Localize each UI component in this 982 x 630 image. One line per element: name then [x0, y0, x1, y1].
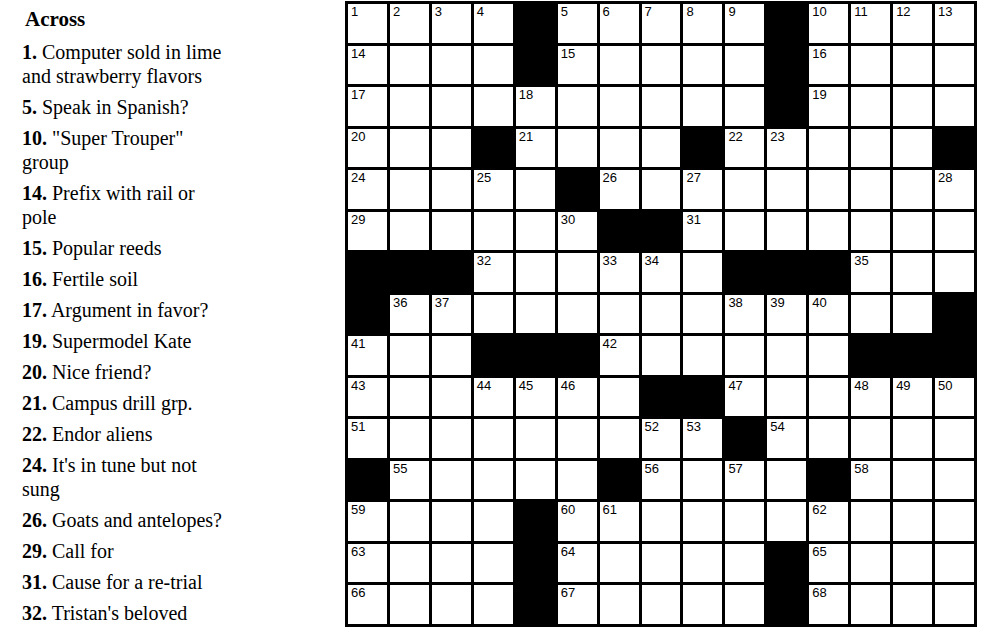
cell-r11c12[interactable]: [809, 419, 848, 458]
cell-r7c8[interactable]: 34: [642, 253, 681, 292]
cell-r10c3[interactable]: [432, 378, 471, 417]
cell-r14c15[interactable]: [935, 544, 974, 583]
cell-r14c9[interactable]: [683, 544, 722, 583]
cell-r6c5[interactable]: [516, 212, 555, 251]
cell-r2c3[interactable]: [432, 46, 471, 85]
cell-number: 67: [561, 585, 575, 601]
cell-r9c15: [935, 336, 974, 375]
clue-across-24: 24. It's in tune but notsung: [22, 453, 236, 501]
cell-r12c12: [809, 461, 848, 500]
cell-r2c9[interactable]: [683, 46, 722, 85]
cell-r5c11[interactable]: [767, 170, 806, 209]
cell-number: 31: [686, 212, 700, 228]
cell-r12c7: [600, 461, 639, 500]
cell-r11c13[interactable]: [851, 419, 890, 458]
cell-r1c2[interactable]: 2: [390, 4, 429, 43]
cell-r5c6: [558, 170, 597, 209]
cell-r13c4[interactable]: [474, 502, 513, 541]
cell-r1c1[interactable]: 1: [348, 4, 387, 43]
cell-r7c5[interactable]: [516, 253, 555, 292]
cell-r12c15[interactable]: [935, 461, 974, 500]
clue-across-16: 16. Fertile soil: [22, 267, 236, 291]
cell-number: 64: [561, 544, 575, 560]
cell-r6c11[interactable]: [767, 212, 806, 251]
cell-r9c6: [558, 336, 597, 375]
cell-r5c10[interactable]: [725, 170, 764, 209]
cell-r12c3[interactable]: [432, 461, 471, 500]
cell-r4c5[interactable]: 21: [516, 129, 555, 168]
cell-number: 53: [686, 419, 700, 435]
cell-r15c11: [767, 585, 806, 624]
clue-number: 20.: [22, 361, 47, 383]
cell-r10c7[interactable]: [600, 378, 639, 417]
cell-r7c15[interactable]: [935, 253, 974, 292]
clue-number: 31.: [22, 571, 47, 593]
cell-r10c2[interactable]: [390, 378, 429, 417]
cell-r15c15[interactable]: [935, 585, 974, 624]
cell-r8c4[interactable]: [474, 295, 513, 334]
cell-r5c14[interactable]: [893, 170, 932, 209]
cell-number: 49: [896, 378, 910, 394]
cell-r1c6[interactable]: 5: [558, 4, 597, 43]
cell-r2c4[interactable]: [474, 46, 513, 85]
cell-r9c2[interactable]: [390, 336, 429, 375]
cell-r13c13[interactable]: [851, 502, 890, 541]
cell-r8c15: [935, 295, 974, 334]
cell-r3c7[interactable]: [600, 87, 639, 126]
cell-number: 40: [812, 295, 826, 311]
cell-r15c10[interactable]: [725, 585, 764, 624]
cell-r11c7[interactable]: [600, 419, 639, 458]
cell-number: 10: [812, 4, 826, 20]
clues-panel: Across 1. Computer sold in limeand straw…: [22, 6, 236, 630]
clue-number: 15.: [22, 237, 47, 259]
cell-number: 6: [603, 4, 610, 20]
cell-r2c12[interactable]: 16: [809, 46, 848, 85]
cell-r15c9[interactable]: [683, 585, 722, 624]
cell-number: 59: [351, 502, 365, 518]
cell-r1c12[interactable]: 10: [809, 4, 848, 43]
cell-r6c15[interactable]: [935, 212, 974, 251]
cell-r4c10[interactable]: 22: [725, 129, 764, 168]
clue-across-26: 26. Goats and antelopes?: [22, 508, 236, 532]
crossword-grid: 1234567891011121314151617181920212223242…: [345, 1, 977, 627]
cell-r15c13[interactable]: [851, 585, 890, 624]
cell-number: 13: [938, 4, 952, 20]
cell-r1c3[interactable]: 3: [432, 4, 471, 43]
cell-r6c10[interactable]: [725, 212, 764, 251]
cell-number: 3: [435, 4, 442, 20]
cell-r13c9[interactable]: [683, 502, 722, 541]
cell-r14c4[interactable]: [474, 544, 513, 583]
cell-r9c12[interactable]: [809, 336, 848, 375]
cell-number: 27: [686, 170, 700, 186]
cell-r6c7: [600, 212, 639, 251]
cell-number: 38: [728, 295, 742, 311]
cell-r4c13[interactable]: [851, 129, 890, 168]
cell-r3c11: [767, 87, 806, 126]
cell-r13c6[interactable]: 60: [558, 502, 597, 541]
cell-number: 46: [561, 378, 575, 394]
cell-r15c5: [516, 585, 555, 624]
cell-r1c14[interactable]: 12: [893, 4, 932, 43]
cell-r5c9[interactable]: 27: [683, 170, 722, 209]
cell-r7c4[interactable]: 32: [474, 253, 513, 292]
cell-r11c9[interactable]: 53: [683, 419, 722, 458]
cell-r12c2[interactable]: 55: [390, 461, 429, 500]
clue-across-19: 19. Supermodel Kate: [22, 329, 236, 353]
cell-r6c14[interactable]: [893, 212, 932, 251]
cell-number: 50: [938, 378, 952, 394]
cell-r9c14: [893, 336, 932, 375]
cell-number: 18: [519, 87, 533, 103]
cell-r3c6[interactable]: [558, 87, 597, 126]
cell-r2c15[interactable]: [935, 46, 974, 85]
cell-r9c8[interactable]: [642, 336, 681, 375]
cell-r4c7[interactable]: [600, 129, 639, 168]
cell-r6c12[interactable]: [809, 212, 848, 251]
cell-r14c10[interactable]: [725, 544, 764, 583]
cell-r9c7[interactable]: 42: [600, 336, 639, 375]
cell-r15c4[interactable]: [474, 585, 513, 624]
cell-r1c10[interactable]: 9: [725, 4, 764, 43]
cell-r11c5[interactable]: [516, 419, 555, 458]
cell-number: 11: [854, 4, 868, 20]
cell-number: 52: [645, 419, 659, 435]
cell-r13c2[interactable]: [390, 502, 429, 541]
cell-r10c8: [642, 378, 681, 417]
cell-number: 56: [645, 461, 659, 477]
cell-r8c12[interactable]: 40: [809, 295, 848, 334]
cell-r2c6[interactable]: 15: [558, 46, 597, 85]
cell-r2c8[interactable]: [642, 46, 681, 85]
cell-number: 35: [854, 253, 868, 269]
cell-number: 36: [393, 295, 407, 311]
cell-r13c11[interactable]: [767, 502, 806, 541]
clue-across-10: 10. "Super Trouper"group: [22, 126, 236, 174]
cell-r12c6[interactable]: [558, 461, 597, 500]
cell-r2c2[interactable]: [390, 46, 429, 85]
cell-r3c5[interactable]: 18: [516, 87, 555, 126]
cell-r5c3[interactable]: [432, 170, 471, 209]
cell-r14c7[interactable]: [600, 544, 639, 583]
cell-r2c14[interactable]: [893, 46, 932, 85]
cell-r13c5: [516, 502, 555, 541]
cell-r3c3[interactable]: [432, 87, 471, 126]
cell-r4c14[interactable]: [893, 129, 932, 168]
cell-r11c6[interactable]: [558, 419, 597, 458]
cell-r14c13[interactable]: [851, 544, 890, 583]
cell-r12c1: [348, 461, 387, 500]
cell-r10c4[interactable]: 44: [474, 378, 513, 417]
across-clue-list: 1. Computer sold in limeand strawberry f…: [22, 40, 236, 625]
cell-r8c8[interactable]: [642, 295, 681, 334]
cell-r5c13[interactable]: [851, 170, 890, 209]
cell-number: 15: [561, 46, 575, 62]
clue-number: 24.: [22, 454, 47, 476]
cell-r1c9[interactable]: 8: [683, 4, 722, 43]
cell-number: 20: [351, 129, 365, 145]
cell-r3c9[interactable]: [683, 87, 722, 126]
cell-r7c1: [348, 253, 387, 292]
cell-r1c4[interactable]: 4: [474, 4, 513, 43]
cell-r3c2[interactable]: [390, 87, 429, 126]
cell-number: 19: [812, 87, 826, 103]
cell-r9c10[interactable]: [725, 336, 764, 375]
cell-r8c13[interactable]: [851, 295, 890, 334]
cell-number: 58: [854, 461, 868, 477]
clue-number: 14.: [22, 182, 47, 204]
cell-r2c7[interactable]: [600, 46, 639, 85]
cell-r12c8[interactable]: 56: [642, 461, 681, 500]
cell-r10c10[interactable]: 47: [725, 378, 764, 417]
cell-number: 68: [812, 585, 826, 601]
cell-r7c10: [725, 253, 764, 292]
cell-r14c8[interactable]: [642, 544, 681, 583]
clue-across-17: 17. Argument in favor?: [22, 298, 236, 322]
clue-number: 32.: [22, 602, 47, 624]
cell-r7c7[interactable]: 33: [600, 253, 639, 292]
cell-r4c1[interactable]: 20: [348, 129, 387, 168]
cell-number: 25: [477, 170, 491, 186]
cell-r11c8[interactable]: 52: [642, 419, 681, 458]
cell-r4c4: [474, 129, 513, 168]
cell-r12c4[interactable]: [474, 461, 513, 500]
cell-r8c11[interactable]: 39: [767, 295, 806, 334]
cell-r12c14[interactable]: [893, 461, 932, 500]
cell-r11c10: [725, 419, 764, 458]
cell-r15c6[interactable]: 67: [558, 585, 597, 624]
cell-number: 43: [351, 378, 365, 394]
cell-r13c8[interactable]: [642, 502, 681, 541]
cell-r1c15[interactable]: 13: [935, 4, 974, 43]
cell-r10c12[interactable]: [809, 378, 848, 417]
cell-r13c14[interactable]: [893, 502, 932, 541]
cell-r7c14[interactable]: [893, 253, 932, 292]
cell-r7c3: [432, 253, 471, 292]
cell-number: 57: [728, 461, 742, 477]
cell-r4c12[interactable]: [809, 129, 848, 168]
cell-r6c3[interactable]: [432, 212, 471, 251]
cell-r7c6[interactable]: [558, 253, 597, 292]
cell-number: 55: [393, 461, 407, 477]
clue-number: 29.: [22, 540, 47, 562]
cell-r8c3[interactable]: 37: [432, 295, 471, 334]
cell-number: 17: [351, 87, 365, 103]
cell-r2c13[interactable]: [851, 46, 890, 85]
cell-r7c9[interactable]: [683, 253, 722, 292]
clue-number: 19.: [22, 330, 47, 352]
cell-r10c9: [683, 378, 722, 417]
cell-r11c11[interactable]: 54: [767, 419, 806, 458]
cell-number: 37: [435, 295, 449, 311]
cell-r4c8[interactable]: [642, 129, 681, 168]
cell-r15c7[interactable]: [600, 585, 639, 624]
clue-number: 1.: [22, 41, 37, 63]
cell-r9c9[interactable]: [683, 336, 722, 375]
cell-r9c11[interactable]: [767, 336, 806, 375]
clues-heading: Across: [25, 6, 236, 32]
cell-r6c1[interactable]: 29: [348, 212, 387, 251]
cell-r6c6[interactable]: 30: [558, 212, 597, 251]
cell-number: 29: [351, 212, 365, 228]
cell-r7c13[interactable]: 35: [851, 253, 890, 292]
cell-r15c3[interactable]: [432, 585, 471, 624]
cell-r13c12[interactable]: 62: [809, 502, 848, 541]
cell-number: 4: [477, 4, 484, 20]
cell-r1c7[interactable]: 6: [600, 4, 639, 43]
cell-r6c8: [642, 212, 681, 251]
cell-r1c5: [516, 4, 555, 43]
cell-number: 5: [561, 4, 568, 20]
cell-r10c5[interactable]: 45: [516, 378, 555, 417]
cell-r9c1[interactable]: 41: [348, 336, 387, 375]
cell-number: 44: [477, 378, 491, 394]
cell-r10c14[interactable]: 49: [893, 378, 932, 417]
cell-r5c5[interactable]: [516, 170, 555, 209]
cell-number: 48: [854, 378, 868, 394]
cell-r8c10[interactable]: 38: [725, 295, 764, 334]
cell-r7c2: [390, 253, 429, 292]
cell-r5c7[interactable]: 26: [600, 170, 639, 209]
cell-r11c14[interactable]: [893, 419, 932, 458]
cell-r12c11[interactable]: [767, 461, 806, 500]
cell-r10c13[interactable]: 48: [851, 378, 890, 417]
cell-r9c3[interactable]: [432, 336, 471, 375]
cell-r11c1[interactable]: 51: [348, 419, 387, 458]
cell-number: 54: [770, 419, 784, 435]
cell-r15c12[interactable]: 68: [809, 585, 848, 624]
cell-r14c2[interactable]: [390, 544, 429, 583]
cell-r15c8[interactable]: [642, 585, 681, 624]
cell-number: 12: [896, 4, 910, 20]
cell-r2c10[interactable]: [725, 46, 764, 85]
clue-across-31: 31. Cause for a re-trial: [22, 570, 236, 594]
cell-number: 30: [561, 212, 575, 228]
cell-r14c1[interactable]: 63: [348, 544, 387, 583]
cell-r3c14[interactable]: [893, 87, 932, 126]
cell-r5c1[interactable]: 24: [348, 170, 387, 209]
cell-r9c5: [516, 336, 555, 375]
cell-r15c14[interactable]: [893, 585, 932, 624]
cell-r6c2[interactable]: [390, 212, 429, 251]
cell-r8c7[interactable]: [600, 295, 639, 334]
cell-number: 45: [519, 378, 533, 394]
cell-r3c13[interactable]: [851, 87, 890, 126]
cell-r3c1[interactable]: 17: [348, 87, 387, 126]
cell-r14c5: [516, 544, 555, 583]
cell-r8c1: [348, 295, 387, 334]
cell-r10c1[interactable]: 43: [348, 378, 387, 417]
cell-r13c3[interactable]: [432, 502, 471, 541]
cell-r11c3[interactable]: [432, 419, 471, 458]
cell-r13c1[interactable]: 59: [348, 502, 387, 541]
cell-r6c9[interactable]: 31: [683, 212, 722, 251]
cell-r4c6[interactable]: [558, 129, 597, 168]
clue-number: 17.: [22, 299, 47, 321]
cell-r4c2[interactable]: [390, 129, 429, 168]
cell-r8c9[interactable]: [683, 295, 722, 334]
cell-r1c8[interactable]: 7: [642, 4, 681, 43]
cell-number: 1: [351, 4, 358, 20]
cell-r12c5[interactable]: [516, 461, 555, 500]
cell-r1c13[interactable]: 11: [851, 4, 890, 43]
clue-across-15: 15. Popular reeds: [22, 236, 236, 260]
cell-r14c14[interactable]: [893, 544, 932, 583]
cell-r8c6[interactable]: [558, 295, 597, 334]
cell-r13c15[interactable]: [935, 502, 974, 541]
cell-r3c12[interactable]: 19: [809, 87, 848, 126]
cell-r10c15[interactable]: 50: [935, 378, 974, 417]
cell-r8c2[interactable]: 36: [390, 295, 429, 334]
clue-across-32: 32. Tristan's beloved: [22, 601, 236, 625]
cell-r4c3[interactable]: [432, 129, 471, 168]
cell-r3c10[interactable]: [725, 87, 764, 126]
cell-r11c2[interactable]: [390, 419, 429, 458]
cell-number: 39: [770, 295, 784, 311]
cell-number: 42: [603, 336, 617, 352]
cell-r6c4[interactable]: [474, 212, 513, 251]
cell-r5c8[interactable]: [642, 170, 681, 209]
cell-r3c15[interactable]: [935, 87, 974, 126]
cell-r11c4[interactable]: [474, 419, 513, 458]
cell-r9c13: [851, 336, 890, 375]
cell-r2c1[interactable]: 14: [348, 46, 387, 85]
clue-number: 10.: [22, 127, 47, 149]
cell-r5c2[interactable]: [390, 170, 429, 209]
cell-number: 23: [770, 129, 784, 145]
cell-r12c13[interactable]: 58: [851, 461, 890, 500]
cell-r14c12[interactable]: 65: [809, 544, 848, 583]
cell-r9c4: [474, 336, 513, 375]
cell-r5c15[interactable]: 28: [935, 170, 974, 209]
cell-r5c4[interactable]: 25: [474, 170, 513, 209]
cell-r13c7[interactable]: 61: [600, 502, 639, 541]
cell-r8c14[interactable]: [893, 295, 932, 334]
cell-r4c11[interactable]: 23: [767, 129, 806, 168]
cell-r3c4[interactable]: [474, 87, 513, 126]
cell-r11c15[interactable]: [935, 419, 974, 458]
clue-across-14: 14. Prefix with rail orpole: [22, 181, 236, 229]
cell-number: 22: [728, 129, 742, 145]
cell-number: 62: [812, 502, 826, 518]
cell-r14c3[interactable]: [432, 544, 471, 583]
cell-number: 47: [728, 378, 742, 394]
cell-r15c1[interactable]: 66: [348, 585, 387, 624]
cell-r15c2[interactable]: [390, 585, 429, 624]
clue-number: 16.: [22, 268, 47, 290]
cell-r8c5[interactable]: [516, 295, 555, 334]
cell-r4c15: [935, 129, 974, 168]
cell-number: 24: [351, 170, 365, 186]
cell-number: 16: [812, 46, 826, 62]
cell-r12c9[interactable]: [683, 461, 722, 500]
cell-r6c13[interactable]: [851, 212, 890, 251]
clue-number: 5.: [22, 96, 37, 118]
cell-r7c11: [767, 253, 806, 292]
cell-r10c11[interactable]: [767, 378, 806, 417]
cell-number: 26: [603, 170, 617, 186]
cell-number: 21: [519, 129, 533, 145]
cell-r10c6[interactable]: 46: [558, 378, 597, 417]
cell-r13c10[interactable]: [725, 502, 764, 541]
cell-r12c10[interactable]: 57: [725, 461, 764, 500]
cell-r14c6[interactable]: 64: [558, 544, 597, 583]
cell-r3c8[interactable]: [642, 87, 681, 126]
cell-r5c12[interactable]: [809, 170, 848, 209]
cell-number: 14: [351, 46, 365, 62]
cell-number: 9: [728, 4, 735, 20]
